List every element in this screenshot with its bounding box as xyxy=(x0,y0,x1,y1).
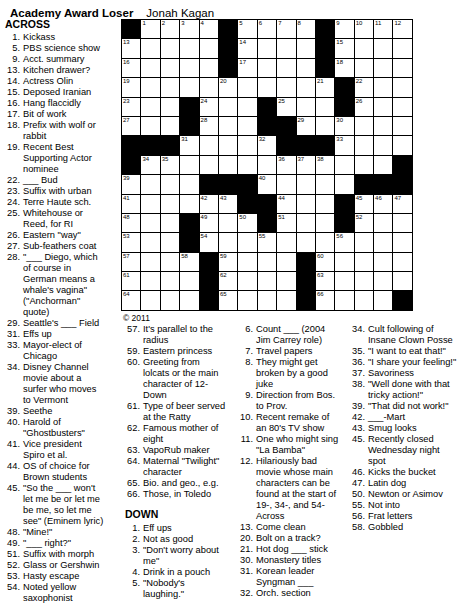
grid-cell[interactable]: 2 xyxy=(161,20,179,38)
clue-text: ___ Bud xyxy=(23,175,105,186)
clue-number: 66. xyxy=(125,489,140,500)
copyright: © 2011 xyxy=(123,313,150,323)
grid-cell[interactable] xyxy=(219,214,237,232)
grid-cell[interactable]: 17 xyxy=(238,59,256,77)
grid-cell[interactable]: 51 xyxy=(277,214,295,232)
block-cell xyxy=(180,214,198,232)
grid-cell[interactable] xyxy=(355,117,373,135)
grid-cell[interactable] xyxy=(277,78,295,96)
cell-number: 57 xyxy=(123,253,130,260)
clue-item: 62.Famous mother of eight xyxy=(125,423,239,445)
block-cell xyxy=(393,291,411,309)
clue-text: Direction from Bos. to Prov. xyxy=(256,390,342,412)
clue-number: 5. xyxy=(125,578,140,589)
grid-cell[interactable] xyxy=(219,98,237,116)
grid-cell[interactable]: 1 xyxy=(141,20,159,38)
block-cell xyxy=(180,98,198,116)
grid-cell[interactable] xyxy=(355,291,373,309)
grid-cell[interactable] xyxy=(161,195,179,213)
grid-cell[interactable] xyxy=(393,117,411,135)
grid-cell[interactable] xyxy=(335,175,353,193)
grid-cell[interactable]: 5 xyxy=(238,20,256,38)
grid-cell[interactable] xyxy=(374,98,392,116)
grid-cell[interactable] xyxy=(297,233,315,251)
clue-item: 34.Disney Channel movie about a surfer w… xyxy=(5,362,121,406)
grid-cell[interactable]: 10 xyxy=(355,20,373,38)
grid-cell[interactable]: 25 xyxy=(277,98,295,116)
grid-cell[interactable]: 21 xyxy=(316,78,334,96)
grid-cell[interactable] xyxy=(277,291,295,309)
clue-number: 20. xyxy=(238,533,253,544)
grid-cell[interactable]: 12 xyxy=(393,20,411,38)
grid-cell[interactable] xyxy=(258,253,276,271)
grid-cell[interactable] xyxy=(161,78,179,96)
grid-cell[interactable]: 66 xyxy=(316,291,334,309)
grid-cell[interactable]: 39 xyxy=(122,175,140,193)
grid-cell[interactable] xyxy=(393,59,411,77)
grid-cell[interactable] xyxy=(355,272,373,290)
grid-cell[interactable]: 19 xyxy=(122,78,140,96)
clue-item: 22.___ Bud xyxy=(5,175,121,186)
grid-cell[interactable] xyxy=(297,98,315,116)
grid-cell[interactable] xyxy=(238,78,256,96)
grid-cell[interactable]: 60 xyxy=(316,253,334,271)
block-cell xyxy=(316,59,334,77)
grid-cell[interactable] xyxy=(316,214,334,232)
clue-text: Latin dog xyxy=(368,478,458,489)
grid-cell[interactable] xyxy=(393,78,411,96)
clue-number: 27. xyxy=(5,241,20,252)
grid-cell[interactable] xyxy=(161,214,179,232)
grid-cell[interactable] xyxy=(238,156,256,174)
grid-cell[interactable]: 42 xyxy=(200,195,218,213)
grid-cell[interactable] xyxy=(393,253,411,271)
grid-cell[interactable] xyxy=(161,253,179,271)
grid-cell[interactable] xyxy=(393,272,411,290)
block-cell xyxy=(122,136,140,154)
clue-text: Kicks the bucket xyxy=(368,467,458,478)
grid-cell[interactable]: 11 xyxy=(374,20,392,38)
grid-cell[interactable] xyxy=(200,59,218,77)
grid-cell[interactable]: 26 xyxy=(355,98,373,116)
grid-cell[interactable] xyxy=(180,78,198,96)
grid-cell[interactable] xyxy=(219,136,237,154)
grid-cell[interactable] xyxy=(219,233,237,251)
cell-number: 3 xyxy=(181,20,184,27)
grid-cell[interactable] xyxy=(161,175,179,193)
grid-cell[interactable]: 30 xyxy=(335,117,353,135)
grid-cell[interactable]: 53 xyxy=(122,233,140,251)
cell-number: 42 xyxy=(201,195,208,202)
clue-number: 33. xyxy=(5,340,20,351)
grid-cell[interactable]: 16 xyxy=(122,59,140,77)
clue-text: Noted yellow saxophonist xyxy=(23,582,105,604)
clue-item: 5."Nobody's laughing." xyxy=(125,578,239,600)
clue-text: "Don't worry about me" xyxy=(143,545,227,567)
clue-number: 43. xyxy=(350,423,365,434)
grid-cell[interactable] xyxy=(393,39,411,57)
grid-cell[interactable] xyxy=(393,214,411,232)
clue-text: Type of beer served at the Ratty xyxy=(143,401,227,423)
grid-cell[interactable] xyxy=(355,233,373,251)
grid-cell[interactable]: 15 xyxy=(335,39,353,57)
cell-number: 46 xyxy=(375,195,382,202)
grid-cell[interactable]: 48 xyxy=(122,214,140,232)
clue-number: 8. xyxy=(238,357,253,368)
grid-cell[interactable]: 64 xyxy=(122,291,140,309)
grid-cell[interactable] xyxy=(335,291,353,309)
clue-item: 61.Type of beer served at the Ratty xyxy=(125,401,239,423)
clue-text: Terre Haute sch. xyxy=(23,197,105,208)
grid-cell[interactable] xyxy=(200,156,218,174)
grid-cell[interactable]: 7 xyxy=(277,20,295,38)
clue-number: 54. xyxy=(5,582,20,593)
grid-cell[interactable]: 13 xyxy=(122,39,140,57)
grid-cell[interactable] xyxy=(393,233,411,251)
grid-cell[interactable] xyxy=(180,39,198,57)
grid-cell[interactable] xyxy=(316,195,334,213)
grid-cell[interactable] xyxy=(277,175,295,193)
grid-cell[interactable]: 65 xyxy=(219,291,237,309)
grid-cell[interactable] xyxy=(238,136,256,154)
grid-cell[interactable]: 41 xyxy=(122,195,140,213)
grid-cell[interactable] xyxy=(258,39,276,57)
grid-cell[interactable]: 47 xyxy=(393,195,411,213)
grid-cell[interactable]: 46 xyxy=(374,195,392,213)
clue-text: Bit of work xyxy=(23,109,105,120)
grid-cell[interactable]: 59 xyxy=(219,253,237,271)
clue-number: 6. xyxy=(238,324,253,335)
grid-cell[interactable] xyxy=(277,59,295,77)
clue-item: 47.Latin dog xyxy=(350,478,472,489)
grid-cell[interactable] xyxy=(316,98,334,116)
grid-cell[interactable] xyxy=(297,195,315,213)
grid-cell[interactable]: 14 xyxy=(238,39,256,57)
clue-item: 35."I want to eat that!" xyxy=(350,346,472,357)
grid-cell[interactable] xyxy=(277,39,295,57)
clue-item: 9.Acct. summary xyxy=(5,54,121,65)
grid-cell[interactable] xyxy=(200,136,218,154)
grid-cell[interactable] xyxy=(141,253,159,271)
grid-cell[interactable] xyxy=(316,175,334,193)
grid-cell[interactable] xyxy=(141,291,159,309)
clue-item: 18.Prefix with wolf or rabbit xyxy=(5,120,121,142)
grid-cell[interactable] xyxy=(374,214,392,232)
grid-cell[interactable] xyxy=(355,39,373,57)
grid-cell[interactable] xyxy=(258,156,276,174)
grid-cell[interactable] xyxy=(238,117,256,135)
cell-number: 29 xyxy=(298,117,305,124)
grid-cell[interactable] xyxy=(277,272,295,290)
clue-item: 13.Come clean xyxy=(238,522,351,533)
grid-cell[interactable] xyxy=(335,156,353,174)
grid-cell[interactable]: 27 xyxy=(122,117,140,135)
cell-number: 54 xyxy=(201,233,208,240)
clue-text: Hot dog ___ stick xyxy=(256,544,342,555)
grid-cell[interactable] xyxy=(355,253,373,271)
grid-cell[interactable]: 37 xyxy=(297,156,315,174)
block-cell xyxy=(258,195,276,213)
grid-cell[interactable] xyxy=(180,195,198,213)
grid-cell[interactable] xyxy=(141,39,159,57)
clue-number: 36. xyxy=(350,357,365,368)
clue-text: Harold of "Ghostbusters" xyxy=(23,417,105,439)
clue-number: 48. xyxy=(5,527,20,538)
grid-cell[interactable] xyxy=(141,78,159,96)
grid-cell[interactable] xyxy=(393,98,411,116)
grid-cell[interactable] xyxy=(297,39,315,57)
grid-cell[interactable]: 52 xyxy=(355,214,373,232)
clue-text: Recent Best Supporting Actor nominee xyxy=(23,142,105,175)
clue-number: 40. xyxy=(5,417,20,428)
grid-cell[interactable]: 62 xyxy=(219,272,237,290)
grid-cell[interactable] xyxy=(141,175,159,193)
grid-cell[interactable] xyxy=(374,156,392,174)
grid-cell[interactable]: 44 xyxy=(277,195,295,213)
cell-number: 18 xyxy=(336,59,343,66)
grid-cell[interactable] xyxy=(277,233,295,251)
clue-text: Whitehouse or Reed, for RI xyxy=(23,208,105,230)
cell-number: 15 xyxy=(336,39,343,46)
grid-cell[interactable] xyxy=(180,175,198,193)
grid-cell[interactable]: 63 xyxy=(316,272,334,290)
grid-cell[interactable]: 28 xyxy=(200,117,218,135)
grid-cell[interactable] xyxy=(141,195,159,213)
grid-cell[interactable] xyxy=(374,272,392,290)
grid-cell[interactable] xyxy=(161,117,179,135)
grid-cell[interactable] xyxy=(335,272,353,290)
cell-number: 6 xyxy=(259,20,262,27)
clue-text: Hilariously bad movie whose main charact… xyxy=(256,456,342,522)
clue-number: 17. xyxy=(5,109,20,120)
cell-number: 45 xyxy=(356,195,363,202)
cell-number: 60 xyxy=(317,253,324,260)
grid-cell[interactable]: 31 xyxy=(180,136,198,154)
grid-cell[interactable] xyxy=(374,78,392,96)
grid-cell[interactable] xyxy=(258,59,276,77)
grid-cell[interactable]: 58 xyxy=(180,253,198,271)
clue-item: 45.Recently closed Wednesday night spot xyxy=(350,434,472,467)
grid-cell[interactable] xyxy=(161,291,179,309)
grid-cell[interactable] xyxy=(258,78,276,96)
grid-cell[interactable] xyxy=(161,39,179,57)
cell-number: 20 xyxy=(220,78,227,85)
cell-number: 12 xyxy=(394,20,401,27)
clue-item: 3."Don't worry about me" xyxy=(125,545,239,567)
grid-cell[interactable] xyxy=(180,59,198,77)
clue-text: Korean leader Syngman ___ xyxy=(256,566,342,588)
clue-text: "So the ___ won't let me be or let me be… xyxy=(23,483,105,527)
cell-number: 1 xyxy=(142,20,145,27)
grid-cell[interactable] xyxy=(200,39,218,57)
across-clues-list-2: 57.It's parallel to the radius59.Eastern… xyxy=(125,324,239,500)
grid-cell[interactable] xyxy=(355,156,373,174)
grid-cell[interactable] xyxy=(238,233,256,251)
clue-text: Acct. summary xyxy=(23,54,105,65)
grid-cell[interactable] xyxy=(180,272,198,290)
grid-cell[interactable]: 24 xyxy=(200,98,218,116)
grid-cell[interactable] xyxy=(374,39,392,57)
cell-number: 38 xyxy=(317,156,324,163)
grid-cell[interactable]: 36 xyxy=(277,156,295,174)
grid-cell[interactable]: 34 xyxy=(141,156,159,174)
block-cell xyxy=(219,20,237,38)
clue-item: 49."___ right?" xyxy=(5,538,121,549)
cell-number: 36 xyxy=(278,156,285,163)
grid-cell[interactable]: 18 xyxy=(335,59,353,77)
grid-cell[interactable]: 43 xyxy=(219,195,237,213)
grid-cell[interactable] xyxy=(316,117,334,135)
grid-cell[interactable] xyxy=(141,214,159,232)
grid-cell[interactable] xyxy=(374,59,392,77)
clue-text: Frat letters xyxy=(368,511,458,522)
grid-cell[interactable] xyxy=(374,117,392,135)
cell-number: 22 xyxy=(356,78,363,85)
grid-cell[interactable] xyxy=(297,59,315,77)
grid-cell[interactable]: 22 xyxy=(355,78,373,96)
clue-text: "I want to eat that!" xyxy=(368,346,458,357)
clue-item: 39."That did not work!" xyxy=(350,401,472,412)
cell-number: 40 xyxy=(259,175,266,182)
grid-cell[interactable] xyxy=(297,78,315,96)
grid-cell[interactable] xyxy=(258,272,276,290)
grid-cell[interactable]: 50 xyxy=(238,214,256,232)
grid-cell[interactable]: 56 xyxy=(335,233,353,251)
clue-item: 16.Hang flaccidly xyxy=(5,98,121,109)
grid-cell[interactable] xyxy=(277,253,295,271)
grid-cell[interactable]: 3 xyxy=(180,20,198,38)
grid-cell[interactable]: 8 xyxy=(297,20,315,38)
clue-number: 2. xyxy=(125,534,140,545)
block-cell xyxy=(238,175,256,193)
down-clues-list-3: 34.Cult following of Insane Clown Posse3… xyxy=(350,324,472,533)
grid-cell[interactable]: 32 xyxy=(258,136,276,154)
grid-cell[interactable] xyxy=(141,272,159,290)
clue-item: 39.Seethe xyxy=(5,406,121,417)
clue-number: 24. xyxy=(5,197,20,208)
grid-cell[interactable] xyxy=(161,233,179,251)
grid-cell[interactable] xyxy=(238,272,256,290)
grid-cell[interactable]: 6 xyxy=(258,20,276,38)
block-cell xyxy=(258,98,276,116)
grid-cell[interactable] xyxy=(219,117,237,135)
grid-cell[interactable] xyxy=(355,59,373,77)
grid-cell[interactable] xyxy=(316,233,334,251)
grid-cell[interactable] xyxy=(180,156,198,174)
grid-cell[interactable] xyxy=(141,117,159,135)
clue-item: 7.Travel papers xyxy=(238,346,351,357)
grid-cell[interactable]: 4 xyxy=(200,20,218,38)
clue-item: 63.VapoRub maker xyxy=(125,445,239,456)
clue-item: 1.Kickass xyxy=(5,32,121,43)
grid-cell[interactable] xyxy=(335,253,353,271)
clue-item: 29.Seattle's ___ Field xyxy=(5,318,121,329)
grid-cell[interactable]: 57 xyxy=(122,253,140,271)
grid-cell[interactable]: 23 xyxy=(122,98,140,116)
clue-text: Recently closed Wednesday night spot xyxy=(368,434,458,467)
down-clues-list-1: 1.Eff ups2.Not as good3."Don't worry abo… xyxy=(125,523,239,600)
clue-item: 24.Terre Haute sch. xyxy=(5,197,121,208)
grid-cell[interactable] xyxy=(161,272,179,290)
down-header: DOWN xyxy=(125,509,239,520)
cell-number: 62 xyxy=(220,272,227,279)
clue-item: 65.Bio. and geo., e.g. xyxy=(125,478,239,489)
grid-cell[interactable] xyxy=(297,214,315,232)
cell-number: 41 xyxy=(123,195,130,202)
grid-cell[interactable]: 33 xyxy=(335,136,353,154)
clue-number: 31. xyxy=(238,566,253,577)
grid-cell[interactable]: 55 xyxy=(258,233,276,251)
grid-cell[interactable]: 29 xyxy=(297,117,315,135)
clue-text: Disney Channel movie about a surfer who … xyxy=(23,362,105,406)
grid-cell[interactable]: 61 xyxy=(122,272,140,290)
clue-number: 58. xyxy=(350,522,365,533)
grid-cell[interactable] xyxy=(141,98,159,116)
grid-cell[interactable] xyxy=(141,59,159,77)
grid-cell[interactable]: 54 xyxy=(200,233,218,251)
down-clues-column-2: 6.Count ___ (2004 Jim Carrey role)7.Trav… xyxy=(238,324,351,599)
block-cell xyxy=(200,175,218,193)
across-clues-list-1: 1.Kickass5.PBS science show9.Acct. summa… xyxy=(5,32,121,604)
block-cell xyxy=(180,117,198,135)
clue-item: 60.Greeting from lolcats or the main cha… xyxy=(125,357,239,401)
cell-number: 63 xyxy=(317,272,324,279)
grid-cell[interactable] xyxy=(374,253,392,271)
clue-item: 41.Vice president Spiro et al. xyxy=(5,439,121,461)
cell-number: 51 xyxy=(278,214,285,221)
grid-cell[interactable]: 40 xyxy=(258,175,276,193)
grid-cell[interactable] xyxy=(200,78,218,96)
clue-number: 37. xyxy=(350,368,365,379)
grid-cell[interactable] xyxy=(180,291,198,309)
grid-cell[interactable]: 38 xyxy=(316,156,334,174)
grid-cell[interactable] xyxy=(161,98,179,116)
clue-text: Seethe xyxy=(23,406,105,417)
clue-item: 54.Noted yellow saxophonist xyxy=(5,582,121,604)
clue-text: Hang flaccidly xyxy=(23,98,105,109)
grid-cell[interactable]: 35 xyxy=(161,156,179,174)
clue-item: 45."So the ___ won't let me be or let me… xyxy=(5,483,121,527)
grid-cell[interactable] xyxy=(238,291,256,309)
grid-cell[interactable] xyxy=(141,233,159,251)
grid-cell[interactable] xyxy=(297,175,315,193)
grid-cell[interactable]: 45 xyxy=(355,195,373,213)
grid-cell[interactable] xyxy=(374,233,392,251)
grid-cell[interactable]: 49 xyxy=(200,214,218,232)
grid-cell[interactable] xyxy=(393,136,411,154)
grid-cell[interactable] xyxy=(374,291,392,309)
grid-cell[interactable] xyxy=(219,156,237,174)
grid-cell[interactable]: 20 xyxy=(219,78,237,96)
cell-number: 16 xyxy=(123,59,130,66)
clue-text: "Mine!" xyxy=(23,527,105,538)
clue-number: 34. xyxy=(5,362,20,373)
block-cell xyxy=(219,175,237,193)
grid-cell[interactable] xyxy=(238,98,256,116)
block-cell xyxy=(238,195,256,213)
grid-cell[interactable] xyxy=(355,136,373,154)
clue-number: 7. xyxy=(238,346,253,357)
grid-cell[interactable]: 9 xyxy=(335,20,353,38)
grid-cell[interactable] xyxy=(238,253,256,271)
clue-text: Cult following of Insane Clown Posse xyxy=(368,324,458,346)
grid-cell[interactable] xyxy=(374,136,392,154)
clue-item: 57.It's parallel to the radius xyxy=(125,324,239,346)
clue-number: 39. xyxy=(350,401,365,412)
cell-number: 4 xyxy=(201,20,204,27)
grid-cell[interactable] xyxy=(258,291,276,309)
grid-cell[interactable] xyxy=(161,59,179,77)
